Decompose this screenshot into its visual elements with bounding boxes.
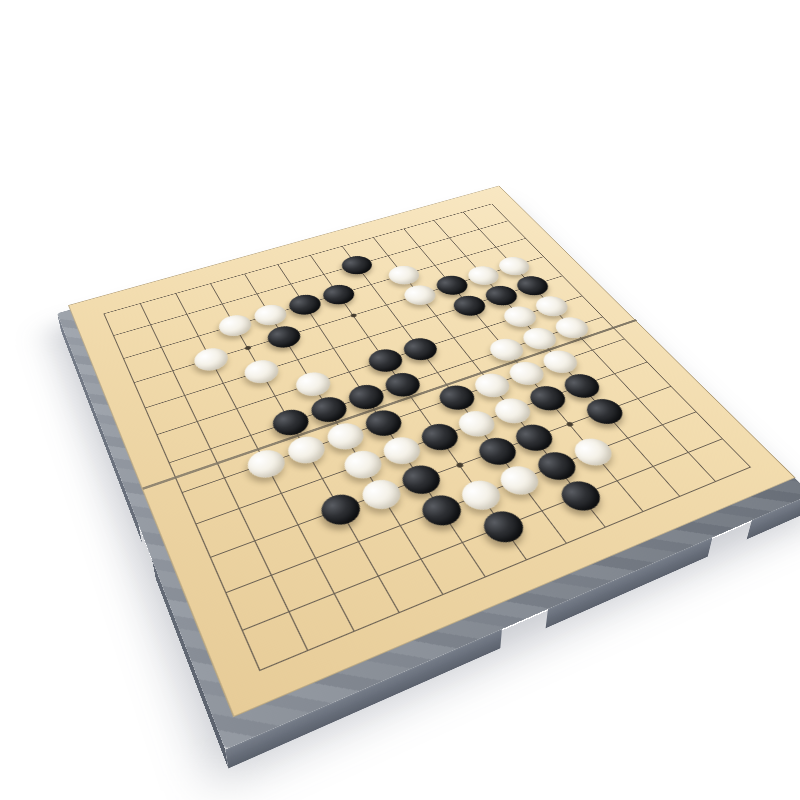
star-point	[455, 462, 464, 468]
black-stone	[396, 461, 446, 499]
black-stone	[472, 433, 522, 469]
black-stone	[531, 448, 582, 485]
star-point	[565, 421, 574, 427]
white-stone	[493, 462, 544, 500]
white-stone	[452, 407, 500, 441]
white-stone	[338, 446, 387, 483]
black-stone	[315, 490, 366, 530]
grid-lines	[103, 204, 751, 672]
black-stone	[415, 420, 463, 455]
black-stone	[306, 393, 352, 426]
black-stone	[523, 382, 571, 414]
go-board	[68, 186, 796, 718]
product-photo-scene	[0, 0, 800, 800]
white-stone	[488, 394, 536, 427]
black-stone	[267, 406, 313, 440]
black-stone	[509, 420, 558, 455]
white-stone	[455, 476, 507, 515]
white-stone	[567, 434, 618, 470]
black-stone	[415, 490, 467, 530]
star-point	[335, 506, 344, 513]
black-stone	[554, 476, 607, 515]
white-stone	[321, 419, 368, 454]
black-stone	[360, 406, 407, 440]
white-stone	[242, 446, 290, 483]
white-stone	[282, 432, 329, 468]
black-stone	[476, 506, 529, 547]
black-stone	[580, 395, 629, 428]
white-stone	[356, 475, 406, 514]
black-stone	[343, 381, 389, 413]
star-point	[286, 419, 294, 425]
white-stone	[377, 433, 426, 469]
black-stone	[433, 382, 480, 414]
